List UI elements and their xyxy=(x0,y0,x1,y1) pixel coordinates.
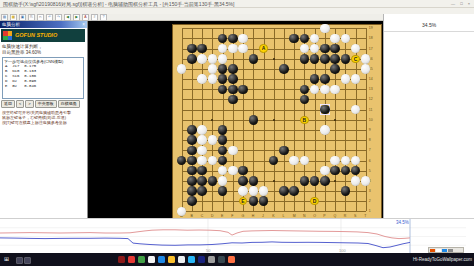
desktop: 围棋助手(X:\sgf\20190816对局.sgf)[棋谱分析] - 电脑辅助… xyxy=(0,0,474,266)
black-stone-E14 xyxy=(218,74,227,83)
black-stone-F12 xyxy=(228,95,237,104)
black-stone-B4 xyxy=(187,176,196,185)
black-stone-G5 xyxy=(238,166,247,175)
coord-label-row: 14 xyxy=(369,77,373,81)
white-stone-G3 xyxy=(238,186,247,195)
grid-line xyxy=(182,130,366,131)
black-stone-R16 xyxy=(341,54,350,63)
black-stone-F18 xyxy=(228,34,237,43)
sidebar-button-1[interactable]: < xyxy=(16,100,24,108)
candidate-marker-B[interactable]: B xyxy=(300,116,308,124)
black-stone-P14 xyxy=(320,74,329,83)
white-stone-D15 xyxy=(208,64,217,73)
white-stone-Q6 xyxy=(330,156,339,165)
taskbar-app-icon-9[interactable] xyxy=(208,256,215,263)
black-stone-H16 xyxy=(249,54,258,63)
white-stone-S17 xyxy=(351,44,360,53)
sidebar-button-2[interactable]: > xyxy=(25,100,33,108)
white-stone-S4 xyxy=(351,176,360,185)
white-stone-F17 xyxy=(228,44,237,53)
white-stone-C7 xyxy=(197,146,206,155)
taskbar-app-icon-6[interactable] xyxy=(178,256,185,263)
sidebar-button-4[interactable]: 白棋视角 xyxy=(58,100,80,108)
white-stone-F5 xyxy=(228,166,237,175)
black-stone-C3 xyxy=(197,186,206,195)
white-stone-P9 xyxy=(320,125,329,134)
white-stone-N17 xyxy=(300,44,309,53)
white-stone-R14 xyxy=(341,74,350,83)
candidate-move-list[interactable]: 下一步可选点仅供参考(CNN模型) A J17 0.175B N10 0.163… xyxy=(2,57,84,99)
white-stone-T15 xyxy=(361,64,370,73)
white-stone-D16 xyxy=(208,54,217,63)
coord-label-row: 10 xyxy=(369,118,373,122)
black-stone-O14 xyxy=(310,74,319,83)
numbers-icon[interactable]: # xyxy=(91,14,98,21)
coord-label-row: 1 xyxy=(369,209,371,213)
coord-label-row: 6 xyxy=(369,159,371,163)
white-winrate xyxy=(0,230,410,239)
divider xyxy=(384,31,474,32)
black-stone-E13 xyxy=(218,85,227,94)
taskbar-app-icon-8[interactable] xyxy=(198,256,205,263)
white-stone-T4 xyxy=(361,176,370,185)
white-stone-O13 xyxy=(310,85,319,94)
analysis-summary: 电脑快速计算判断， 目前黑胜率 34.60% xyxy=(2,44,84,55)
panel-title: 电脑分析 xyxy=(2,22,20,27)
white-stone-F7 xyxy=(228,146,237,155)
grid-line xyxy=(182,191,366,192)
white-stone-S14 xyxy=(351,74,360,83)
white-stone-Q13 xyxy=(330,85,339,94)
black-stone-E7 xyxy=(218,146,227,155)
coord-label-row: 11 xyxy=(369,108,373,112)
black-stone-H10 xyxy=(249,115,258,124)
taskbar[interactable]: ⊞ Hi-ReadyToGoWallpaper.com xyxy=(0,253,474,266)
black-stone-N18 xyxy=(300,34,309,43)
black-stone-G4 xyxy=(238,176,247,185)
sidebar-button-0[interactable]: 返回 xyxy=(1,100,15,108)
white-stone-Q18 xyxy=(330,34,339,43)
black-stone-B5 xyxy=(187,166,196,175)
coord-label-row: 12 xyxy=(369,97,373,101)
star-point xyxy=(273,119,275,121)
black-stone-B16 xyxy=(187,54,196,63)
system-icon-1[interactable] xyxy=(24,257,31,264)
candidate-marker-D[interactable]: D xyxy=(310,197,318,205)
white-stone-S11 xyxy=(351,105,360,114)
black-stone-L15 xyxy=(279,64,288,73)
taskbar-app-icon-2[interactable] xyxy=(138,256,145,263)
black-stone-Q17 xyxy=(330,44,339,53)
white-stone-E4 xyxy=(218,176,227,185)
black-stone-J2 xyxy=(259,196,268,205)
window-controls[interactable]: — □ × xyxy=(451,1,472,6)
taskbar-app-icon-3[interactable] xyxy=(148,256,155,263)
black-stone-B6 xyxy=(187,156,196,165)
black-stone-F15 xyxy=(228,64,237,73)
black-stone-C4 xyxy=(197,176,206,185)
black-stone-R3 xyxy=(341,186,350,195)
white-stone-P19 xyxy=(320,24,329,33)
coord-label-row: 8 xyxy=(369,138,371,142)
black-stone-Q15 xyxy=(330,64,339,73)
grid-line xyxy=(182,211,366,212)
black-stone-E9 xyxy=(218,125,227,134)
black-stone-B17 xyxy=(187,44,196,53)
white-stone-H3 xyxy=(249,186,258,195)
black-stone-C17 xyxy=(197,44,206,53)
brand-logo-icon xyxy=(3,31,12,40)
white-stone-C16 xyxy=(197,54,206,63)
white-stone-D6 xyxy=(208,156,217,165)
white-stone-P13 xyxy=(320,85,329,94)
white-stone-A15 xyxy=(177,64,186,73)
panel-header[interactable]: 电脑分析 × xyxy=(0,21,87,28)
winrate-graph[interactable]: 34.5% 50100 xyxy=(0,218,474,254)
black-stone-B8 xyxy=(187,135,196,144)
copy-icon[interactable]: ⎘ xyxy=(28,14,35,21)
help-text: 按空格键可开启/关闭电脑辅助思考引擎鼠标左键落子，右键悔棋(前进-后退)按[T]… xyxy=(2,110,84,125)
candidate-marker-C[interactable]: C xyxy=(351,55,359,63)
new-file-icon[interactable]: ▤ xyxy=(1,14,8,21)
black-stone-N13 xyxy=(300,85,309,94)
coord-label-row: 9 xyxy=(369,128,371,132)
white-stone-E16 xyxy=(218,54,227,63)
black-stone-F13 xyxy=(228,85,237,94)
black-stone-R5 xyxy=(341,166,350,175)
start-button[interactable]: ⊞ xyxy=(4,256,11,263)
coord-label-row: 3 xyxy=(369,189,371,193)
black-stone-C5 xyxy=(197,166,206,175)
black-stone-H2 xyxy=(249,196,258,205)
white-stone-E5 xyxy=(218,166,227,175)
coord-label-row: 19 xyxy=(369,26,373,30)
grid-line xyxy=(182,201,366,202)
grid-line xyxy=(182,150,366,151)
white-stone-C9 xyxy=(197,125,206,134)
letters-icon[interactable]: A xyxy=(82,14,89,21)
black-stone-O4 xyxy=(310,176,319,185)
help-icon[interactable]: ? xyxy=(100,14,107,21)
black-stone-H4 xyxy=(249,176,258,185)
black-stone-G13 xyxy=(238,85,247,94)
taskbar-app-icon-4[interactable] xyxy=(158,256,165,263)
coord-label-row: 17 xyxy=(369,47,373,51)
close-icon[interactable]: × xyxy=(82,22,85,27)
black-stone-E6 xyxy=(218,156,227,165)
white-stone-M6 xyxy=(289,156,298,165)
black-stone-L3 xyxy=(279,186,288,195)
white-stone-S6 xyxy=(351,156,360,165)
save-icon[interactable]: ▣ xyxy=(19,14,26,21)
white-stone-P5 xyxy=(320,166,329,175)
undo-icon[interactable]: ↶ xyxy=(46,14,53,21)
right-panel: 34.5% xyxy=(383,14,474,218)
grid-line xyxy=(294,28,295,211)
white-stone-T16 xyxy=(361,54,370,63)
black-stone-K6 xyxy=(269,156,278,165)
taskbar-app-icon-1[interactable] xyxy=(128,256,135,263)
brand-banner: GOFUN STUDIO xyxy=(1,29,85,42)
taskbar-app-icon-7[interactable] xyxy=(188,256,195,263)
white-stone-E17 xyxy=(218,44,227,53)
system-icon-0[interactable] xyxy=(16,257,23,264)
white-stone-D14 xyxy=(208,74,217,83)
black-stone-O16 xyxy=(310,54,319,63)
black-stone-N16 xyxy=(300,54,309,63)
board-background: A19B18C17D16E15F14G13H12J11K10L9M8N7O6P5… xyxy=(88,21,383,218)
black-stone-S5 xyxy=(351,166,360,175)
black-stone-M3 xyxy=(289,186,298,195)
analysis-sidebar: 电脑分析 × GOFUN STUDIO 电脑快速计算判断， 目前黑胜率 34.6… xyxy=(0,21,88,218)
star-point xyxy=(273,180,275,182)
winrate-value: 34.5% xyxy=(422,22,436,28)
next-move-icon[interactable]: ▶ xyxy=(73,14,80,21)
black-stone-P11 xyxy=(320,105,329,114)
coord-label-row: 2 xyxy=(369,199,371,203)
black-stone-B7 xyxy=(187,146,196,155)
black-stone-B2 xyxy=(187,196,196,205)
open-file-icon[interactable]: ▦ xyxy=(10,14,17,21)
sidebar-button-3[interactable]: 中央面板 xyxy=(35,100,57,108)
black-stone-D4 xyxy=(208,176,217,185)
black-stone-A6 xyxy=(177,156,186,165)
black-stone-Q16 xyxy=(330,54,339,63)
black-stone-E3 xyxy=(218,186,227,195)
grid-line xyxy=(284,28,285,211)
black-stone-P4 xyxy=(320,176,329,185)
black-stone-E8 xyxy=(218,135,227,144)
window-titlebar[interactable]: 围棋助手(X:\sgf\20190816对局.sgf)[棋谱分析] - 电脑辅助… xyxy=(0,0,474,8)
coord-label-row: 5 xyxy=(369,169,371,173)
candidate-marker-A[interactable]: A xyxy=(259,44,267,52)
black-stone-N4 xyxy=(300,176,309,185)
star-point xyxy=(334,119,336,121)
taskbar-app-icon-11[interactable] xyxy=(228,256,235,263)
white-stone-G17 xyxy=(238,44,247,53)
white-stone-N6 xyxy=(300,156,309,165)
coord-label-row: 18 xyxy=(369,36,373,40)
black-stone-B9 xyxy=(187,125,196,134)
taskbar-app-icon-10[interactable] xyxy=(218,256,225,263)
white-stone-C6 xyxy=(197,156,206,165)
go-board[interactable]: A19B18C17D16E15F14G13H12J11K10L9M8N7O6P5… xyxy=(172,24,382,219)
cut-icon[interactable]: ✂ xyxy=(37,14,44,21)
brand-name: GOFUN STUDIO xyxy=(15,32,57,38)
taskbar-app-icon-0[interactable] xyxy=(118,256,125,263)
white-stone-R6 xyxy=(341,156,350,165)
candidate-row-E[interactable]: E G2 0.046 xyxy=(3,84,83,89)
black-stone-P16 xyxy=(320,54,329,63)
white-stone-G18 xyxy=(238,34,247,43)
coord-label-row: 7 xyxy=(369,148,371,152)
star-point xyxy=(334,180,336,182)
white-stone-O17 xyxy=(310,44,319,53)
coord-label-row: 13 xyxy=(369,87,373,91)
black-stone-E15 xyxy=(218,64,227,73)
redo-icon[interactable]: ↷ xyxy=(55,14,62,21)
taskbar-app-icon-5[interactable] xyxy=(168,256,175,263)
star-point xyxy=(273,58,275,60)
black-stone-M18 xyxy=(289,34,298,43)
white-stone-O18 xyxy=(310,34,319,43)
white-stone-C14 xyxy=(197,74,206,83)
black-stone-N12 xyxy=(300,95,309,104)
sidebar-buttons[interactable]: 返回<>中央面板白棋视角 xyxy=(1,100,86,108)
white-stone-A1 xyxy=(177,207,186,216)
white-stone-R18 xyxy=(341,34,350,43)
black-stone-L7 xyxy=(279,146,288,155)
black-stone-P17 xyxy=(320,44,329,53)
candidate-marker-E[interactable]: E xyxy=(239,197,247,205)
white-stone-D8 xyxy=(208,135,217,144)
black-stone-B3 xyxy=(187,186,196,195)
black-winrate xyxy=(0,238,410,248)
prev-move-icon[interactable]: ◀ xyxy=(64,14,71,21)
watermark-text: Hi-ReadyToGoWallpaper.com xyxy=(413,257,472,262)
window-title: 围棋助手(X:\sgf\20190816对局.sgf)[棋谱分析] - 电脑辅助… xyxy=(3,1,234,7)
current-winrate-label: 34.5% xyxy=(396,220,409,225)
white-stone-C8 xyxy=(197,135,206,144)
black-stone-F14 xyxy=(228,74,237,83)
black-stone-E18 xyxy=(218,34,227,43)
black-stone-Q5 xyxy=(330,166,339,175)
white-stone-J3 xyxy=(259,186,268,195)
